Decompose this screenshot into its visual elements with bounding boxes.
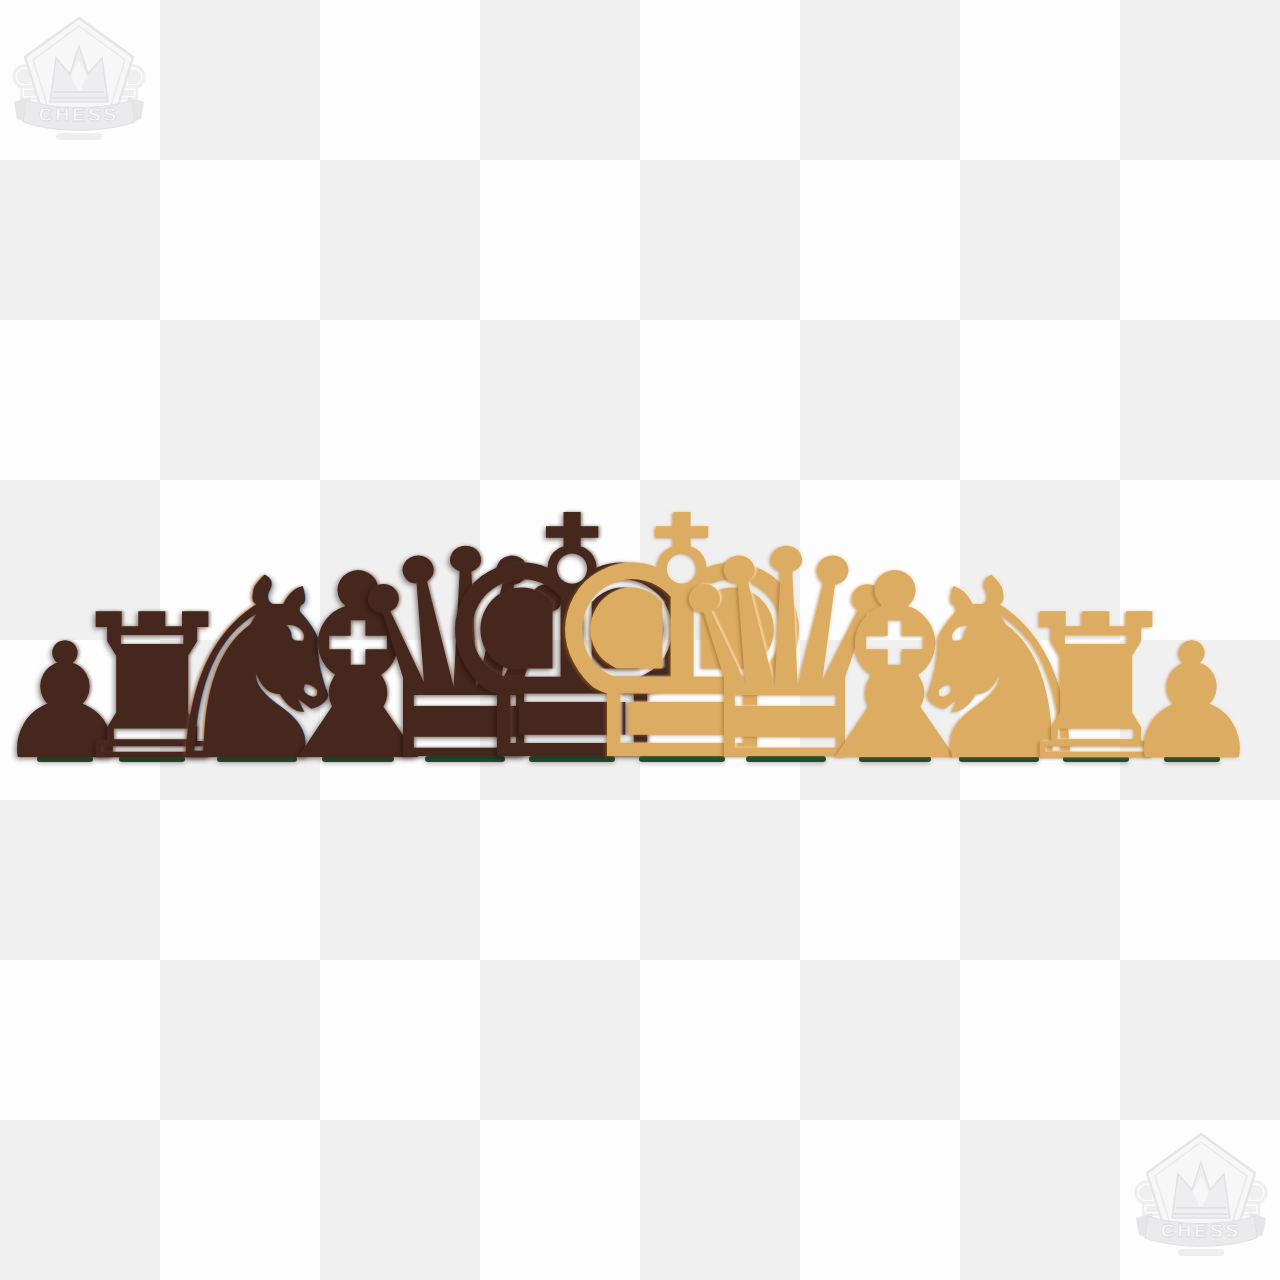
light-pawn-glyph: ♟ [1120, 622, 1263, 782]
chess-pieces-row: ♟♜♞♝♛♚♚♛♝♞♜♟ [0, 0, 1280, 1280]
product-photo-stage: ♚ ♚ CHESS ♚ ♚ CHE [0, 0, 1280, 1280]
